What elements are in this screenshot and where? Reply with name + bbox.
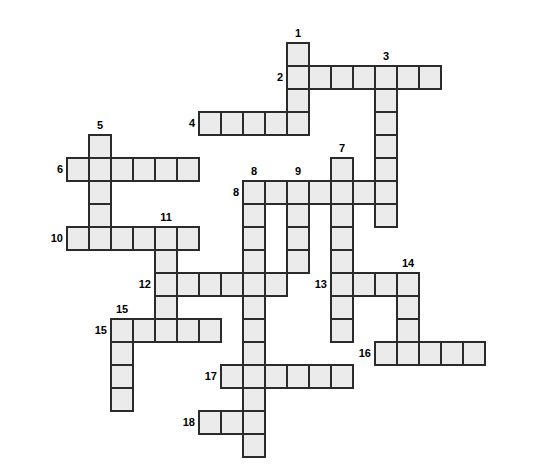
grid-cell[interactable] xyxy=(176,318,200,343)
grid-cell[interactable] xyxy=(242,364,266,389)
grid-cell[interactable] xyxy=(330,364,354,389)
clue-number-5-above: 5 xyxy=(83,119,117,132)
grid-cell[interactable] xyxy=(264,111,288,136)
grid-cell[interactable] xyxy=(154,226,178,251)
grid-cell[interactable] xyxy=(418,65,442,90)
grid-cell[interactable] xyxy=(242,111,266,136)
grid-cell[interactable] xyxy=(330,226,354,251)
grid-cell[interactable] xyxy=(176,157,200,182)
clue-number-10-left: 10 xyxy=(35,232,63,245)
grid-cell[interactable] xyxy=(286,65,310,90)
grid-cell[interactable] xyxy=(286,203,310,228)
grid-cell[interactable] xyxy=(242,272,266,297)
grid-cell[interactable] xyxy=(198,272,222,297)
grid-cell[interactable] xyxy=(66,157,90,182)
grid-cell[interactable] xyxy=(110,387,134,412)
clue-number-3-above: 3 xyxy=(369,50,403,63)
grid-cell[interactable] xyxy=(198,318,222,343)
grid-cell[interactable] xyxy=(286,42,310,67)
grid-cell[interactable] xyxy=(286,226,310,251)
clue-number-1-above: 1 xyxy=(281,27,315,40)
grid-cell[interactable] xyxy=(308,364,332,389)
clue-number-4-left: 4 xyxy=(167,117,195,130)
grid-cell[interactable] xyxy=(176,272,200,297)
grid-cell[interactable] xyxy=(110,341,134,366)
grid-cell[interactable] xyxy=(242,295,266,320)
clue-number-9-above: 9 xyxy=(281,165,315,178)
grid-cell[interactable] xyxy=(88,134,112,159)
grid-cell[interactable] xyxy=(220,364,244,389)
grid-cell[interactable] xyxy=(110,157,134,182)
clue-number-6-left: 6 xyxy=(35,163,63,176)
grid-cell[interactable] xyxy=(396,65,420,90)
grid-cell[interactable] xyxy=(264,364,288,389)
grid-cell[interactable] xyxy=(242,410,266,435)
grid-cell[interactable] xyxy=(330,65,354,90)
grid-cell[interactable] xyxy=(418,341,442,366)
grid-cell[interactable] xyxy=(352,272,376,297)
grid-cell[interactable] xyxy=(176,226,200,251)
grid-cell[interactable] xyxy=(374,65,398,90)
grid-cell[interactable] xyxy=(374,272,398,297)
grid-cell[interactable] xyxy=(374,203,398,228)
grid-cell[interactable] xyxy=(286,111,310,136)
grid-cell[interactable] xyxy=(264,180,288,205)
grid-cell[interactable] xyxy=(242,433,266,458)
grid-cell[interactable] xyxy=(330,249,354,274)
grid-cell[interactable] xyxy=(242,387,266,412)
grid-cell[interactable] xyxy=(264,272,288,297)
grid-cell[interactable] xyxy=(330,272,354,297)
grid-cell[interactable] xyxy=(242,249,266,274)
grid-cell[interactable] xyxy=(198,410,222,435)
grid-cell[interactable] xyxy=(154,157,178,182)
clue-number-8-above: 8 xyxy=(237,165,271,178)
grid-cell[interactable] xyxy=(374,341,398,366)
grid-cell[interactable] xyxy=(286,364,310,389)
grid-cell[interactable] xyxy=(242,226,266,251)
grid-cell[interactable] xyxy=(110,226,134,251)
grid-cell[interactable] xyxy=(154,295,178,320)
grid-cell[interactable] xyxy=(352,65,376,90)
clue-number-12-left: 12 xyxy=(123,278,151,291)
clue-number-15-left: 15 xyxy=(79,324,107,337)
clue-number-16-left: 16 xyxy=(343,347,371,360)
clue-number-14-above: 14 xyxy=(391,257,425,270)
grid-cell[interactable] xyxy=(374,180,398,205)
grid-cell[interactable] xyxy=(286,180,310,205)
grid-cell[interactable] xyxy=(242,341,266,366)
grid-cell[interactable] xyxy=(88,226,112,251)
grid-cell[interactable] xyxy=(110,318,134,343)
grid-cell[interactable] xyxy=(330,180,354,205)
grid-cell[interactable] xyxy=(88,203,112,228)
clue-number-15-above: 15 xyxy=(105,303,139,316)
grid-cell[interactable] xyxy=(396,272,420,297)
grid-cell[interactable] xyxy=(110,364,134,389)
grid-cell[interactable] xyxy=(198,111,222,136)
grid-cell[interactable] xyxy=(462,341,486,366)
grid-cell[interactable] xyxy=(132,226,156,251)
grid-cell[interactable] xyxy=(440,341,464,366)
clue-number-18-left: 18 xyxy=(167,416,195,429)
grid-cell[interactable] xyxy=(286,88,310,113)
grid-cell[interactable] xyxy=(286,249,310,274)
grid-cell[interactable] xyxy=(154,249,178,274)
grid-cell[interactable] xyxy=(242,180,266,205)
grid-cell[interactable] xyxy=(374,157,398,182)
grid-cell[interactable] xyxy=(374,111,398,136)
grid-cell[interactable] xyxy=(330,203,354,228)
grid-cell[interactable] xyxy=(132,157,156,182)
grid-cell[interactable] xyxy=(88,157,112,182)
grid-cell[interactable] xyxy=(154,272,178,297)
grid-cell[interactable] xyxy=(396,341,420,366)
grid-cell[interactable] xyxy=(132,318,156,343)
crossword-board: 123456788910111213141515161718 xyxy=(0,0,545,469)
grid-cell[interactable] xyxy=(220,111,244,136)
clue-number-8-left: 8 xyxy=(211,186,239,199)
grid-cell[interactable] xyxy=(242,203,266,228)
clue-number-13-left: 13 xyxy=(299,278,327,291)
grid-cell[interactable] xyxy=(220,410,244,435)
clue-number-11-above: 11 xyxy=(149,211,183,224)
grid-cell[interactable] xyxy=(242,318,266,343)
grid-cell[interactable] xyxy=(330,295,354,320)
grid-cell[interactable] xyxy=(308,65,332,90)
grid-cell[interactable] xyxy=(352,180,376,205)
grid-cell[interactable] xyxy=(66,226,90,251)
clue-number-17-left: 17 xyxy=(189,370,217,383)
grid-cell[interactable] xyxy=(374,88,398,113)
grid-cell[interactable] xyxy=(330,157,354,182)
grid-cell[interactable] xyxy=(88,180,112,205)
grid-cell[interactable] xyxy=(330,318,354,343)
grid-cell[interactable] xyxy=(374,134,398,159)
clue-number-7-above: 7 xyxy=(325,142,359,155)
grid-cell[interactable] xyxy=(220,272,244,297)
clue-number-2-left: 2 xyxy=(255,71,283,84)
grid-cell[interactable] xyxy=(154,318,178,343)
grid-cell[interactable] xyxy=(396,295,420,320)
grid-cell[interactable] xyxy=(308,180,332,205)
grid-cell[interactable] xyxy=(396,318,420,343)
